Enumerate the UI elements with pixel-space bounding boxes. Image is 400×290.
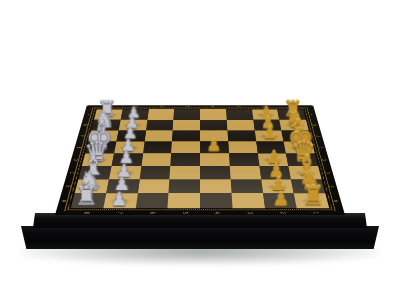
file-label-right-F: F — [316, 135, 322, 136]
square-a3[interactable] — [231, 193, 264, 208]
square-a8[interactable]: ♜ — [71, 193, 106, 208]
rank-label-front-2: 2 — [278, 212, 285, 214]
square-h6[interactable] — [147, 109, 174, 119]
file-label-right-D: D — [321, 159, 328, 161]
file-label-left-H: H — [85, 114, 91, 116]
square-a7[interactable]: ♟ — [103, 193, 137, 208]
square-a5[interactable] — [168, 193, 200, 208]
file-label-right-A: A — [333, 200, 340, 202]
file-label-left-D: D — [72, 159, 79, 161]
square-c3[interactable] — [230, 166, 261, 179]
square-f5[interactable] — [172, 130, 200, 141]
file-label-left-G: G — [82, 124, 88, 126]
square-b5[interactable] — [169, 179, 200, 193]
square-b3[interactable] — [230, 179, 262, 193]
rank-label-front-3: 3 — [246, 212, 253, 214]
board-plinth — [21, 226, 379, 249]
square-f6[interactable] — [144, 130, 173, 141]
square-b6[interactable] — [137, 179, 169, 193]
file-label-left-C: C — [68, 172, 75, 174]
square-c6[interactable] — [139, 166, 170, 179]
square-f3[interactable] — [227, 130, 256, 141]
square-d5[interactable] — [170, 153, 200, 166]
square-g3[interactable] — [226, 120, 254, 131]
square-a4[interactable] — [200, 193, 232, 208]
square-g5[interactable] — [173, 120, 200, 131]
square-d3[interactable] — [229, 153, 259, 166]
file-label-left-F: F — [78, 135, 84, 136]
board-grid: ♜♟♟♜♞♟♟♞♝♟♟♝♚♟♟♚♛♟♟♛♝♟♟♝♞♟♟♞♜♟♟♜ — [71, 109, 329, 208]
rank-label-front-1: 1 — [311, 212, 318, 214]
piece-white-rook-a1[interactable]: ♜ — [301, 182, 325, 209]
file-label-right-H: H — [309, 114, 315, 116]
piece-white-pawn-f2[interactable]: ♟ — [263, 125, 278, 141]
file-label-right-G: G — [312, 124, 318, 126]
board-front-edge — [33, 213, 367, 228]
piece-black-pawn-a7[interactable]: ♟ — [111, 190, 128, 209]
square-g6[interactable] — [146, 120, 174, 131]
square-e6[interactable] — [143, 142, 172, 154]
rank-label-front-6: 6 — [148, 212, 155, 214]
rank-label-back-7: 7 — [133, 106, 138, 107]
rank-label-front-5: 5 — [180, 212, 187, 214]
file-label-left-A: A — [60, 200, 67, 202]
rank-label-back-4: 4 — [210, 106, 215, 107]
rank-label-back-2: 2 — [262, 106, 267, 107]
square-a1[interactable]: ♜ — [294, 193, 329, 208]
square-d6[interactable] — [141, 153, 171, 166]
square-c5[interactable] — [170, 166, 200, 179]
rank-label-front-7: 7 — [115, 212, 122, 214]
square-b4[interactable] — [200, 179, 231, 193]
square-e3[interactable] — [228, 142, 257, 154]
square-h4[interactable] — [200, 109, 226, 119]
chess-board: ♜♟♟♜♞♟♟♞♝♟♟♝♚♟♟♚♛♟♟♛♝♟♟♝♞♟♟♞♜♟♟♜ 8877665… — [55, 105, 345, 215]
square-c4[interactable] — [200, 166, 230, 179]
chess-set-photo: ♜♟♟♜♞♟♟♞♝♟♟♝♚♟♟♚♛♟♟♛♝♟♟♝♞♟♟♞♜♟♟♜ 8877665… — [0, 0, 400, 290]
rank-label-back-5: 5 — [185, 106, 190, 107]
rank-label-front-8: 8 — [82, 212, 89, 214]
rank-label-back-1: 1 — [287, 106, 292, 107]
rank-label-back-6: 6 — [159, 106, 164, 107]
square-h5[interactable] — [174, 109, 200, 119]
file-label-right-C: C — [325, 172, 332, 174]
square-a2[interactable]: ♟ — [263, 193, 297, 208]
square-a6[interactable] — [135, 193, 168, 208]
file-label-right-B: B — [329, 185, 336, 187]
square-e4[interactable]: ♟ — [200, 142, 229, 154]
square-d4[interactable] — [200, 153, 230, 166]
square-f2[interactable]: ♟ — [254, 130, 283, 141]
rank-label-back-8: 8 — [108, 106, 113, 107]
file-label-right-E: E — [318, 147, 325, 149]
file-label-left-E: E — [75, 147, 82, 149]
piece-white-pawn-a2[interactable]: ♟ — [272, 190, 289, 209]
rank-label-back-3: 3 — [236, 106, 241, 107]
square-g4[interactable] — [200, 120, 227, 131]
file-label-left-B: B — [64, 185, 71, 187]
square-h3[interactable] — [226, 109, 253, 119]
piece-black-rook-a8[interactable]: ♜ — [75, 182, 99, 209]
piece-white-pawn-e4[interactable]: ♟ — [207, 137, 222, 154]
rank-label-front-4: 4 — [213, 212, 220, 214]
square-e5[interactable] — [171, 142, 200, 154]
